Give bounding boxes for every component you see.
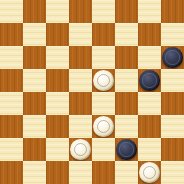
- square-r2-c2[interactable]: [46, 46, 69, 69]
- square-r6-c1[interactable]: [23, 138, 46, 161]
- square-r0-c2[interactable]: [46, 0, 69, 23]
- square-r2-c1[interactable]: [23, 46, 46, 69]
- square-r6-c5[interactable]: [115, 138, 138, 161]
- square-r2-c5[interactable]: [115, 46, 138, 69]
- square-r3-c5[interactable]: [115, 69, 138, 92]
- square-r0-c3[interactable]: [69, 0, 92, 23]
- square-r6-c7[interactable]: [161, 138, 184, 161]
- square-r3-c3[interactable]: [69, 69, 92, 92]
- square-r5-c1[interactable]: [23, 115, 46, 138]
- square-r3-c1[interactable]: [23, 69, 46, 92]
- square-r4-c5[interactable]: [115, 92, 138, 115]
- square-r7-c4[interactable]: [92, 161, 115, 184]
- square-r1-c1[interactable]: [23, 23, 46, 46]
- square-r4-c7[interactable]: [161, 92, 184, 115]
- square-r7-c2[interactable]: [46, 161, 69, 184]
- square-r4-c1[interactable]: [23, 92, 46, 115]
- square-r2-c3[interactable]: [69, 46, 92, 69]
- square-r3-c4[interactable]: [92, 69, 115, 92]
- square-r6-c2[interactable]: [46, 138, 69, 161]
- square-r4-c0[interactable]: [0, 92, 23, 115]
- square-r1-c3[interactable]: [69, 23, 92, 46]
- square-r0-c7[interactable]: [161, 0, 184, 23]
- square-r1-c0[interactable]: [0, 23, 23, 46]
- square-r1-c4[interactable]: [92, 23, 115, 46]
- square-r3-c6[interactable]: [138, 69, 161, 92]
- square-r1-c7[interactable]: [161, 23, 184, 46]
- square-r2-c4[interactable]: [92, 46, 115, 69]
- square-r6-c3[interactable]: [69, 138, 92, 161]
- white-man[interactable]: [93, 116, 114, 137]
- square-r5-c4[interactable]: [92, 115, 115, 138]
- square-r0-c4[interactable]: [92, 0, 115, 23]
- square-r3-c2[interactable]: [46, 69, 69, 92]
- square-r5-c0[interactable]: [0, 115, 23, 138]
- square-r3-c0[interactable]: [0, 69, 23, 92]
- square-r4-c2[interactable]: [46, 92, 69, 115]
- square-r1-c5[interactable]: [115, 23, 138, 46]
- square-r3-c7[interactable]: [161, 69, 184, 92]
- white-man[interactable]: [93, 70, 114, 91]
- square-r7-c1[interactable]: [23, 161, 46, 184]
- square-r4-c4[interactable]: [92, 92, 115, 115]
- square-r2-c6[interactable]: [138, 46, 161, 69]
- black-man[interactable]: [116, 139, 137, 160]
- square-r0-c6[interactable]: [138, 0, 161, 23]
- square-r6-c0[interactable]: [0, 138, 23, 161]
- square-r0-c0[interactable]: [0, 0, 23, 23]
- square-r4-c3[interactable]: [69, 92, 92, 115]
- square-r5-c5[interactable]: [115, 115, 138, 138]
- square-r2-c7[interactable]: [161, 46, 184, 69]
- square-r4-c6[interactable]: [138, 92, 161, 115]
- checkers-board: [0, 0, 184, 184]
- square-r6-c6[interactable]: [138, 138, 161, 161]
- square-r6-c4[interactable]: [92, 138, 115, 161]
- square-r5-c3[interactable]: [69, 115, 92, 138]
- square-r2-c0[interactable]: [0, 46, 23, 69]
- square-r0-c5[interactable]: [115, 0, 138, 23]
- square-r7-c0[interactable]: [0, 161, 23, 184]
- square-r5-c2[interactable]: [46, 115, 69, 138]
- white-man[interactable]: [139, 162, 160, 183]
- square-r0-c1[interactable]: [23, 0, 46, 23]
- square-r7-c3[interactable]: [69, 161, 92, 184]
- white-man[interactable]: [70, 139, 91, 160]
- black-man[interactable]: [162, 47, 183, 68]
- square-r1-c6[interactable]: [138, 23, 161, 46]
- square-r5-c7[interactable]: [161, 115, 184, 138]
- black-man[interactable]: [139, 70, 160, 91]
- square-r7-c6[interactable]: [138, 161, 161, 184]
- square-r7-c7[interactable]: [161, 161, 184, 184]
- square-r5-c6[interactable]: [138, 115, 161, 138]
- square-r1-c2[interactable]: [46, 23, 69, 46]
- square-r7-c5[interactable]: [115, 161, 138, 184]
